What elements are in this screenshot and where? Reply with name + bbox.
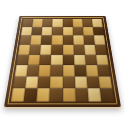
square-c1[interactable]: [37, 88, 50, 101]
board-photo-background: [0, 0, 125, 125]
square-b8[interactable]: [32, 19, 43, 27]
square-e5[interactable]: [63, 45, 74, 55]
square-b5[interactable]: [29, 45, 41, 55]
square-c4[interactable]: [39, 54, 51, 65]
square-f5[interactable]: [73, 45, 84, 55]
square-d3[interactable]: [51, 65, 63, 76]
square-h8[interactable]: [92, 19, 103, 27]
square-b3[interactable]: [27, 65, 40, 76]
square-b6[interactable]: [30, 35, 41, 44]
square-e7[interactable]: [63, 27, 73, 36]
square-d6[interactable]: [52, 35, 63, 44]
square-h3[interactable]: [97, 65, 110, 76]
square-c5[interactable]: [40, 45, 51, 55]
square-c8[interactable]: [42, 19, 52, 27]
square-e3[interactable]: [63, 65, 75, 76]
square-f4[interactable]: [74, 54, 86, 65]
square-c3[interactable]: [39, 65, 51, 76]
square-f7[interactable]: [73, 27, 84, 36]
square-e6[interactable]: [63, 35, 74, 44]
square-h7[interactable]: [93, 27, 104, 36]
square-d7[interactable]: [52, 27, 62, 36]
square-e4[interactable]: [63, 54, 75, 65]
square-d8[interactable]: [52, 19, 62, 27]
square-f1[interactable]: [75, 88, 88, 101]
square-b4[interactable]: [28, 54, 40, 65]
square-h6[interactable]: [94, 35, 106, 44]
square-c7[interactable]: [42, 27, 53, 36]
square-d2[interactable]: [50, 76, 62, 88]
square-f8[interactable]: [72, 19, 82, 27]
checkers-board[interactable]: [4, 16, 121, 107]
square-d5[interactable]: [51, 45, 62, 55]
square-b1[interactable]: [24, 88, 38, 101]
square-d1[interactable]: [50, 88, 63, 101]
square-e1[interactable]: [63, 88, 76, 101]
square-f3[interactable]: [74, 65, 86, 76]
square-c2[interactable]: [38, 76, 51, 88]
square-e2[interactable]: [63, 76, 75, 88]
square-c6[interactable]: [41, 35, 52, 44]
square-h4[interactable]: [96, 54, 109, 65]
square-h5[interactable]: [95, 45, 107, 55]
square-h2[interactable]: [98, 76, 112, 88]
board-grid: [11, 19, 114, 102]
square-f6[interactable]: [73, 35, 84, 44]
square-b2[interactable]: [25, 76, 38, 88]
square-h1[interactable]: [100, 88, 114, 101]
square-d4[interactable]: [51, 54, 63, 65]
square-e8[interactable]: [63, 19, 73, 27]
square-b7[interactable]: [31, 27, 42, 36]
square-f2[interactable]: [74, 76, 87, 88]
